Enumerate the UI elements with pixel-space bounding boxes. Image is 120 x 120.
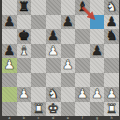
- square-h4[interactable]: [104, 58, 119, 73]
- piece-white-king: ♚: [47, 102, 59, 116]
- square-b8[interactable]: ♜: [17, 0, 32, 15]
- chess-board: ♜♝♞♟♟♟♚♟♞♟♝♟♟♟♟♟♞♟♟♟♜♚♜: [2, 0, 119, 116]
- square-e6[interactable]: [61, 29, 76, 44]
- square-d3[interactable]: [46, 73, 61, 88]
- piece-white-rook: ♜: [33, 102, 45, 116]
- square-f7[interactable]: [75, 15, 90, 30]
- square-g6[interactable]: [90, 29, 105, 44]
- file-label-e: e: [61, 116, 76, 120]
- piece-white-pawn: ♟: [62, 58, 74, 72]
- square-a7[interactable]: ♟: [2, 15, 17, 30]
- square-d1[interactable]: ♚: [46, 102, 61, 117]
- square-g5[interactable]: ♟: [90, 44, 105, 59]
- piece-white-bishop: ♝: [18, 44, 30, 58]
- square-b2[interactable]: ♟: [17, 87, 32, 102]
- square-a1[interactable]: [2, 102, 17, 117]
- file-label-c: c: [31, 116, 46, 120]
- square-e7[interactable]: ♟: [61, 15, 76, 30]
- square-a6[interactable]: [2, 29, 17, 44]
- square-c5[interactable]: [31, 44, 46, 59]
- piece-black-pawn: ♟: [106, 15, 118, 29]
- file-label-a: a: [2, 116, 17, 120]
- file-label-f: f: [75, 116, 90, 120]
- piece-white-pawn: ♟: [18, 87, 30, 101]
- file-label-g: g: [90, 116, 105, 120]
- file-label-h: h: [104, 116, 119, 120]
- square-g7[interactable]: [90, 15, 105, 30]
- square-b7[interactable]: [17, 15, 32, 30]
- square-e8[interactable]: [61, 0, 76, 15]
- piece-white-pawn: ♟: [106, 87, 118, 101]
- square-d6[interactable]: ♟: [46, 29, 61, 44]
- square-d2[interactable]: ♞: [46, 87, 61, 102]
- square-h8[interactable]: ♞: [104, 0, 119, 15]
- square-c7[interactable]: [31, 15, 46, 30]
- piece-white-pawn: ♟: [47, 44, 59, 58]
- file-coordinates-bar: abcdefgh: [2, 116, 119, 120]
- piece-black-pawn: ♟: [91, 44, 103, 58]
- square-c8[interactable]: [31, 0, 46, 15]
- piece-white-pawn: ♟: [3, 58, 15, 72]
- square-g2[interactable]: ♟: [90, 87, 105, 102]
- square-a4[interactable]: ♟: [2, 58, 17, 73]
- piece-black-pawn: ♟: [62, 15, 74, 29]
- square-g1[interactable]: [90, 102, 105, 117]
- square-g8[interactable]: [90, 0, 105, 15]
- square-f1[interactable]: [75, 102, 90, 117]
- square-e1[interactable]: [61, 102, 76, 117]
- square-h2[interactable]: ♟: [104, 87, 119, 102]
- square-h3[interactable]: [104, 73, 119, 88]
- square-a8[interactable]: [2, 0, 17, 15]
- square-f8[interactable]: ♝: [75, 0, 90, 15]
- square-h7[interactable]: ♟: [104, 15, 119, 30]
- file-label-b: b: [17, 116, 32, 120]
- square-h1[interactable]: ♜: [104, 102, 119, 117]
- file-label-d: d: [46, 116, 61, 120]
- piece-black-pawn: ♟: [47, 29, 59, 43]
- square-a5[interactable]: ♟: [2, 44, 17, 59]
- chess-board-window: ♜♝♞♟♟♟♚♟♞♟♝♟♟♟♟♟♞♟♟♟♜♚♜ abcdefgh: [0, 0, 120, 120]
- square-f6[interactable]: [75, 29, 90, 44]
- square-b1[interactable]: [17, 102, 32, 117]
- square-a3[interactable]: [2, 73, 17, 88]
- square-f2[interactable]: ♟: [75, 87, 90, 102]
- square-f4[interactable]: [75, 58, 90, 73]
- square-d7[interactable]: [46, 15, 61, 30]
- piece-white-rook: ♜: [106, 102, 118, 116]
- square-e5[interactable]: [61, 44, 76, 59]
- piece-white-pawn: ♟: [91, 87, 103, 101]
- square-e4[interactable]: ♟: [61, 58, 76, 73]
- square-g3[interactable]: [90, 73, 105, 88]
- piece-white-knight: ♞: [47, 87, 59, 101]
- square-e3[interactable]: [61, 73, 76, 88]
- piece-black-rook: ♜: [18, 0, 30, 14]
- square-d4[interactable]: [46, 58, 61, 73]
- square-e2[interactable]: [61, 87, 76, 102]
- square-c6[interactable]: [31, 29, 46, 44]
- square-f5[interactable]: [75, 44, 90, 59]
- square-b5[interactable]: ♝: [17, 44, 32, 59]
- square-c4[interactable]: [31, 58, 46, 73]
- square-b4[interactable]: [17, 58, 32, 73]
- square-f3[interactable]: [75, 73, 90, 88]
- square-b6[interactable]: ♚: [17, 29, 32, 44]
- piece-black-pawn: ♟: [3, 44, 15, 58]
- square-b3[interactable]: [17, 73, 32, 88]
- piece-black-knight: ♞: [106, 29, 118, 43]
- piece-white-knight: ♞: [106, 0, 118, 14]
- square-c2[interactable]: [31, 87, 46, 102]
- piece-black-king: ♚: [18, 29, 30, 43]
- square-a2[interactable]: [2, 87, 17, 102]
- square-c3[interactable]: [31, 73, 46, 88]
- piece-black-pawn: ♟: [3, 15, 15, 29]
- square-c1[interactable]: ♜: [31, 102, 46, 117]
- square-d5[interactable]: ♟: [46, 44, 61, 59]
- square-g4[interactable]: [90, 58, 105, 73]
- square-h6[interactable]: ♞: [104, 29, 119, 44]
- piece-white-pawn: ♟: [77, 87, 89, 101]
- piece-black-bishop: ♝: [77, 0, 89, 14]
- square-d8[interactable]: [46, 0, 61, 15]
- square-h5[interactable]: [104, 44, 119, 59]
